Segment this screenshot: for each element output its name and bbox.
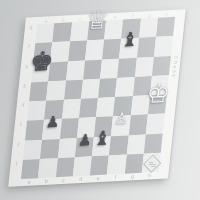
square-a1[interactable] <box>20 158 39 178</box>
piece-black-king-a6[interactable]: ♚ <box>28 47 54 74</box>
square-d7[interactable] <box>84 39 103 59</box>
vinyl-chess-mat: abcdefgh 87654321 ♕♝♚♔♟♙♟♝ abcdefgh Ches… <box>8 9 186 187</box>
square-e6[interactable] <box>100 58 119 78</box>
square-a8[interactable] <box>35 23 54 43</box>
square-g2[interactable] <box>126 134 145 154</box>
square-g7[interactable] <box>136 37 155 57</box>
square-e7[interactable] <box>102 38 121 58</box>
piece-black-bishop-f7[interactable]: ♝ <box>120 30 139 50</box>
square-c3[interactable] <box>59 118 78 138</box>
rank-label-5: 5 <box>19 82 28 102</box>
piece-white-king-h4[interactable]: ♔ <box>145 79 171 106</box>
square-c7[interactable] <box>67 40 86 60</box>
square-c2[interactable] <box>57 137 76 157</box>
square-g8[interactable] <box>138 17 157 37</box>
rank-label-4: 4 <box>17 101 26 121</box>
square-f6[interactable] <box>117 57 136 77</box>
square-e1[interactable] <box>89 155 108 175</box>
file-label-g: g <box>140 11 158 18</box>
square-g3[interactable] <box>128 114 147 134</box>
square-b2[interactable] <box>40 138 59 158</box>
square-d1[interactable] <box>72 156 91 176</box>
square-f5[interactable] <box>115 76 134 96</box>
square-g6[interactable] <box>134 56 153 76</box>
brand-logo-detail <box>148 160 155 167</box>
square-d5[interactable] <box>80 78 99 98</box>
file-label-a: a <box>37 16 55 23</box>
file-label-b: b <box>54 15 72 22</box>
square-d6[interactable] <box>82 59 101 79</box>
rank-label-3: 3 <box>15 121 24 141</box>
square-a2[interactable] <box>22 139 41 159</box>
square-c6[interactable] <box>65 60 84 80</box>
square-b5[interactable] <box>46 80 65 100</box>
brand-text: Chess <box>171 55 179 78</box>
square-c5[interactable] <box>63 79 82 99</box>
square-h3[interactable] <box>145 113 164 133</box>
file-label-f: f <box>123 12 141 19</box>
rank-label-8: 8 <box>25 24 34 44</box>
square-d4[interactable] <box>78 97 97 117</box>
file-label-h: h <box>157 10 175 17</box>
rank-label-2: 2 <box>13 140 22 160</box>
piece-white-queen-d8[interactable]: ♕ <box>85 6 110 32</box>
square-c4[interactable] <box>61 98 80 118</box>
square-e5[interactable] <box>97 77 116 97</box>
piece-white-pawn-f3[interactable]: ♙ <box>113 111 128 127</box>
square-c1[interactable] <box>55 157 74 177</box>
piece-black-bishop-e2[interactable]: ♝ <box>92 127 111 147</box>
square-g1[interactable] <box>124 153 143 173</box>
square-a5[interactable] <box>29 81 48 101</box>
square-h6[interactable] <box>151 55 170 75</box>
piece-black-pawn-b3[interactable]: ♟ <box>45 114 60 130</box>
square-h2[interactable] <box>143 133 162 153</box>
rank-label-1: 1 <box>11 159 20 179</box>
square-b1[interactable] <box>38 157 57 177</box>
square-a4[interactable] <box>27 100 46 120</box>
square-a3[interactable] <box>25 120 44 140</box>
square-e4[interactable] <box>95 97 114 117</box>
board-photo: abcdefgh 87654321 ♕♝♚♔♟♙♟♝ abcdefgh Ches… <box>0 0 200 200</box>
square-f1[interactable] <box>107 154 126 174</box>
square-h8[interactable] <box>155 16 174 36</box>
piece-black-pawn-d2[interactable]: ♟ <box>77 132 92 148</box>
square-b8[interactable] <box>52 22 71 42</box>
square-h7[interactable] <box>153 36 172 56</box>
square-f2[interactable] <box>109 134 128 154</box>
